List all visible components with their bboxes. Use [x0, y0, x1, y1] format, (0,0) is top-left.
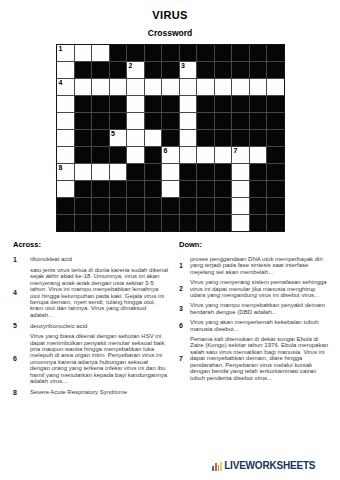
- grid-cell: [110, 181, 127, 197]
- clue-text: Virus yang menyerang sistem pernafasan s…: [190, 279, 329, 298]
- clue-text: Severe Acute Respiratory Syndrome: [30, 389, 169, 395]
- down-heading: Down:: [179, 240, 329, 249]
- clue-text: Pertama kali ditemukan di dekat sungai E…: [190, 336, 329, 381]
- grid-cell: [75, 147, 92, 163]
- clue-text: Virus yang akan memperlemah kekebalan tu…: [190, 319, 329, 332]
- clue-text: ribonukleat acid: [30, 256, 169, 262]
- grid-cell: [57, 198, 74, 214]
- grid-cell: [267, 62, 284, 78]
- clue-item: 5deoxyribonucleic acid: [13, 322, 169, 329]
- grid-cell: [250, 164, 267, 180]
- grid-cell[interactable]: [180, 113, 197, 129]
- grid-cell[interactable]: 5: [110, 130, 127, 146]
- grid-cell: [145, 215, 162, 231]
- grid-cell[interactable]: [57, 181, 74, 197]
- grid-cell: [145, 113, 162, 129]
- grid-cell[interactable]: [215, 147, 232, 163]
- grid-cell: [127, 181, 144, 197]
- cell-number: 2: [129, 62, 133, 70]
- grid-cell: [180, 198, 197, 214]
- grid-cell[interactable]: [57, 147, 74, 163]
- grid-cell: [215, 45, 232, 61]
- grid-cell: [267, 45, 284, 61]
- grid-cell: [197, 96, 214, 112]
- grid-cell[interactable]: [232, 79, 249, 95]
- grid-cell[interactable]: [57, 130, 74, 146]
- grid-cell: [92, 215, 109, 231]
- grid-cell: [250, 181, 267, 197]
- grid-cell[interactable]: [197, 147, 214, 163]
- grid-cell: [127, 45, 144, 61]
- clue-item: 2Virus yang menyerang sistem pernafasan …: [179, 279, 329, 298]
- grid-cell: [267, 164, 284, 180]
- grid-cell: [215, 181, 232, 197]
- grid-cell: [215, 130, 232, 146]
- clue-item: 1proses penggandaan DNA utuk memperbayak…: [179, 256, 329, 275]
- grid-cell: [180, 45, 197, 61]
- grid-cell[interactable]: [232, 215, 249, 231]
- cell-number: 4: [59, 79, 63, 87]
- grid-cell: [215, 198, 232, 214]
- page-title: VIRUS: [0, 9, 340, 21]
- grid-cell: [267, 130, 284, 146]
- clue-text: Virus yang mampu menyebabkan penyakit de…: [190, 302, 329, 315]
- grid-cell[interactable]: [145, 130, 162, 146]
- grid-cell: [215, 215, 232, 231]
- clue-number: 6: [13, 355, 30, 362]
- grid-cell: [197, 62, 214, 78]
- grid-cell: [75, 215, 92, 231]
- liveworksheets-bars-icon: [212, 461, 222, 472]
- grid-cell: [232, 45, 249, 61]
- grid-cell: [232, 113, 249, 129]
- grid-cell: [180, 164, 197, 180]
- grid-cell: [92, 62, 109, 78]
- clue-number: 1: [179, 262, 190, 269]
- grid-cell: [110, 215, 127, 231]
- grid-cell: [267, 198, 284, 214]
- grid-cell: [232, 96, 249, 112]
- grid-cell: [110, 45, 127, 61]
- grid-cell[interactable]: [110, 164, 127, 180]
- clue-number: 1: [13, 256, 30, 263]
- clue-item: 8Severe Acute Respiratory Syndrome: [13, 389, 169, 396]
- grid-cell: [162, 96, 179, 112]
- grid-cell: [250, 113, 267, 129]
- clue-number: 7: [179, 355, 190, 362]
- clue-text: deoxyribonucleic acid: [30, 323, 169, 329]
- grid-cell: [92, 113, 109, 129]
- grid-cell[interactable]: [232, 198, 249, 214]
- grid-cell[interactable]: [57, 96, 74, 112]
- grid-cell: [145, 164, 162, 180]
- clue-item: 1ribonukleat acid: [13, 256, 169, 263]
- grid-cell: [197, 130, 214, 146]
- grid-cell: [197, 215, 214, 231]
- grid-cell[interactable]: [180, 79, 197, 95]
- grid-cell: [197, 113, 214, 129]
- grid-cell[interactable]: [180, 147, 197, 163]
- grid-cell: [215, 164, 232, 180]
- grid-cell[interactable]: [197, 79, 214, 95]
- down-clue-list: 1proses penggandaan DNA utuk memperbayak…: [179, 256, 329, 381]
- grid-cell[interactable]: [162, 181, 179, 197]
- grid-cell[interactable]: [57, 113, 74, 129]
- grid-cell[interactable]: [232, 181, 249, 197]
- grid-cell: [127, 215, 144, 231]
- grid-cell: [162, 130, 179, 146]
- across-clues-section: Across: 1ribonukleat acid4satu jenis vir…: [13, 240, 169, 400]
- grid-cell: [145, 96, 162, 112]
- grid-cell[interactable]: [57, 62, 74, 78]
- grid-cell: [232, 62, 249, 78]
- grid-cell[interactable]: [250, 147, 267, 163]
- cell-number: 8: [59, 164, 63, 172]
- grid-cell: [92, 147, 109, 163]
- grid-cell: [75, 96, 92, 112]
- grid-cell: [110, 96, 127, 112]
- grid-cell: [75, 198, 92, 214]
- grid-cell: [145, 45, 162, 61]
- grid-cell: [215, 113, 232, 129]
- grid-cell: [162, 198, 179, 214]
- grid-cell[interactable]: [127, 130, 144, 146]
- clue-item: 3Virus yang mampu menyebabkan penyakit d…: [179, 302, 329, 315]
- grid-cell[interactable]: 8: [57, 164, 74, 180]
- grid-cell: [232, 130, 249, 146]
- across-heading: Across:: [13, 240, 169, 249]
- grid-cell[interactable]: [127, 79, 144, 95]
- grid-cell[interactable]: [92, 164, 109, 180]
- grid-cell: [250, 62, 267, 78]
- grid-cell: [267, 113, 284, 129]
- grid-cell[interactable]: [232, 164, 249, 180]
- across-clue-list: 1ribonukleat acid4satu jenis virus tertu…: [13, 256, 169, 396]
- clue-text: Virus yang biasa dikenal dengan sebutan …: [30, 333, 169, 384]
- clue-number: 4: [13, 289, 30, 296]
- grid-cell[interactable]: [180, 130, 197, 146]
- grid-cell: [110, 147, 127, 163]
- grid-cell: [250, 45, 267, 61]
- grid-cell[interactable]: [215, 79, 232, 95]
- grid-cell: [75, 62, 92, 78]
- grid-cell: [92, 198, 109, 214]
- grid-cell: [145, 147, 162, 163]
- grid-cell: [250, 198, 267, 214]
- grid-cell: [92, 130, 109, 146]
- grid-cell: [250, 215, 267, 231]
- liveworksheets-logo[interactable]: LIVEWORKSHEETS: [212, 460, 315, 472]
- clue-number: 8: [13, 389, 30, 396]
- grid-cell: [267, 96, 284, 112]
- clue-text: proses penggandaan DNA utuk memperbayak …: [190, 256, 329, 275]
- cell-number: 6: [164, 147, 168, 155]
- grid-cell: [127, 164, 144, 180]
- clue-item: 4satu jenis virus tertua di dunia karena…: [13, 267, 169, 318]
- grid-cell: [162, 215, 179, 231]
- worksheet-page: VIRUS Crossword 12345678 Across: 1ribonu…: [0, 0, 340, 480]
- grid-cell: [197, 45, 214, 61]
- grid-cell: [110, 62, 127, 78]
- grid-cell: [267, 147, 284, 163]
- cell-number: 7: [234, 147, 238, 155]
- clue-number: 2: [179, 285, 190, 292]
- grid-cell[interactable]: [250, 79, 267, 95]
- grid-cell[interactable]: [267, 79, 284, 95]
- grid-cell: [110, 113, 127, 129]
- crossword-grid: 12345678: [56, 44, 285, 232]
- clue-number: 3: [179, 305, 190, 312]
- grid-cell[interactable]: 1: [57, 45, 74, 61]
- grid-cell: [162, 62, 179, 78]
- grid-cell: [250, 130, 267, 146]
- cell-number: 5: [111, 130, 115, 138]
- liveworksheets-logo-text: LIVEWORKSHEETS: [224, 460, 315, 472]
- grid-cell: [215, 96, 232, 112]
- grid-cell: [267, 215, 284, 231]
- cell-number: 1: [59, 45, 63, 53]
- grid-cell[interactable]: [127, 113, 144, 129]
- grid-cell: [110, 198, 127, 214]
- grid-cell: [215, 62, 232, 78]
- grid-cell: [162, 113, 179, 129]
- grid-cell[interactable]: [92, 45, 109, 61]
- grid-cell[interactable]: 6: [162, 147, 179, 163]
- grid-cell: [75, 113, 92, 129]
- down-clues-section: Down: 1proses penggandaan DNA utuk mempe…: [179, 240, 329, 385]
- clue-item: 6Virus yang biasa dikenal dengan sebutan…: [13, 333, 169, 384]
- grid-cell[interactable]: [75, 45, 92, 61]
- grid-cell: [197, 181, 214, 197]
- grid-cell: [92, 181, 109, 197]
- clue-text: satu jenis virus tertua di dunia karena …: [30, 267, 169, 318]
- grid-cell: [145, 198, 162, 214]
- grid-cell[interactable]: 2: [127, 62, 144, 78]
- grid-cell: [180, 181, 197, 197]
- grid-cell: [57, 215, 74, 231]
- cell-number: 3: [181, 62, 185, 70]
- grid-cell: [92, 96, 109, 112]
- grid-cell: [197, 164, 214, 180]
- grid-cell[interactable]: 7: [232, 147, 249, 163]
- grid-cell[interactable]: [180, 96, 197, 112]
- grid-cell[interactable]: [145, 79, 162, 95]
- clue-item: 7Pertama kali ditemukan di dekat sungai …: [179, 336, 329, 381]
- grid-cell[interactable]: [75, 79, 92, 95]
- grid-cell[interactable]: [75, 164, 92, 180]
- grid-cell[interactable]: [127, 96, 144, 112]
- grid-cell: [145, 181, 162, 197]
- grid-cell: [180, 215, 197, 231]
- clue-number: 5: [13, 322, 30, 329]
- grid-cell[interactable]: [110, 79, 127, 95]
- grid-cell[interactable]: [162, 79, 179, 95]
- grid-cell: [127, 198, 144, 214]
- grid-cell: [145, 62, 162, 78]
- grid-cell: [75, 181, 92, 197]
- grid-cell[interactable]: [127, 147, 144, 163]
- grid-cell[interactable]: [162, 164, 179, 180]
- clue-number: 6: [179, 322, 190, 329]
- grid-cell: [162, 45, 179, 61]
- grid-cell: [197, 198, 214, 214]
- grid-cell[interactable]: [92, 79, 109, 95]
- grid-cell[interactable]: 4: [57, 79, 74, 95]
- grid-cell[interactable]: 3: [180, 62, 197, 78]
- page-subtitle: Crossword: [0, 28, 340, 38]
- grid-cell: [75, 130, 92, 146]
- clue-item: 6Virus yang akan memperlemah kekebalan t…: [179, 319, 329, 332]
- grid-cell: [250, 96, 267, 112]
- grid-cell: [267, 181, 284, 197]
